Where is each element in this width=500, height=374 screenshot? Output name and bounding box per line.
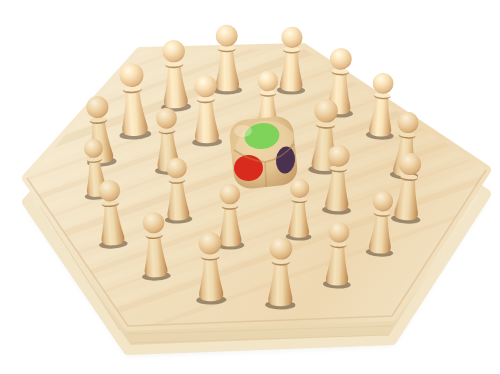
peg-body — [119, 89, 147, 137]
wooden-peg-mid-2[interactable] — [187, 72, 225, 147]
die-highlight — [234, 125, 252, 137]
peg-body — [325, 168, 350, 211]
peg-head — [162, 39, 185, 62]
peg-head — [398, 152, 422, 176]
peg-head — [328, 222, 350, 244]
peg-head — [328, 144, 351, 167]
peg-head — [330, 47, 353, 70]
peg-body — [289, 200, 310, 238]
peg-head — [372, 191, 394, 213]
peg-head — [198, 231, 221, 254]
wooden-peg-front-4[interactable] — [283, 177, 316, 242]
peg-head — [194, 74, 217, 97]
peg-body — [268, 262, 293, 306]
peg-head — [156, 108, 178, 130]
peg-body — [194, 99, 219, 143]
peg-head — [83, 138, 104, 159]
peg-head — [216, 24, 238, 46]
peg-body — [369, 213, 393, 254]
peg-head — [290, 179, 310, 199]
peg-head — [166, 158, 187, 179]
peg-head — [397, 112, 420, 135]
memory-chess-product-photo — [0, 0, 500, 374]
die-red-dot — [234, 155, 263, 181]
peg-head — [86, 95, 110, 119]
peg-head — [97, 180, 120, 203]
peg-body — [326, 245, 350, 287]
wooden-peg-front-7[interactable] — [191, 229, 229, 305]
peg-body — [162, 64, 188, 109]
wooden-peg-front-5[interactable] — [363, 188, 400, 258]
peg-head — [372, 73, 394, 95]
peg-head — [314, 98, 338, 122]
peg-head — [142, 212, 165, 235]
wooden-peg-front-6[interactable] — [320, 220, 356, 290]
peg-head — [258, 71, 279, 92]
peg-head — [281, 27, 303, 49]
wooden-peg-front-1[interactable] — [91, 177, 131, 250]
peg-head — [220, 184, 241, 205]
peg-head — [119, 62, 144, 87]
wooden-peg-back-1[interactable] — [111, 60, 155, 141]
wooden-peg-front-2[interactable] — [135, 210, 173, 283]
peg-body — [142, 235, 167, 278]
peg-body — [99, 203, 125, 246]
peg-body — [198, 256, 223, 301]
peg-head — [269, 236, 292, 259]
wooden-peg-low-2[interactable] — [319, 142, 357, 215]
wooden-peg-front-8[interactable] — [262, 234, 299, 309]
